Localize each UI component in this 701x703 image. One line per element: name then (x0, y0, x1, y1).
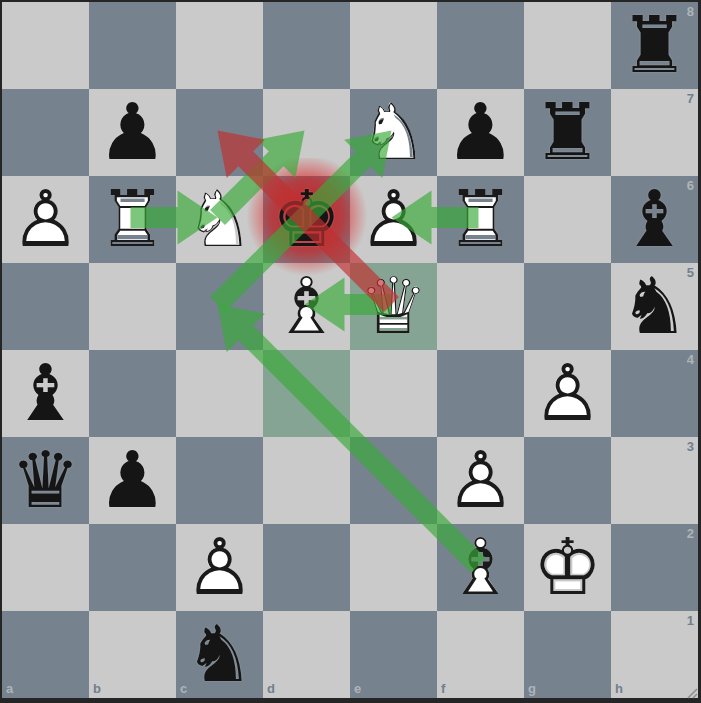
piece-black-pawn-b3[interactable]: ♟ (89, 437, 176, 524)
piece-glyph: ♞ (611, 263, 698, 350)
square-h4[interactable]: 4 (611, 350, 698, 437)
piece-glyph-outline: ♙ (2, 176, 89, 263)
piece-black-queen-a3[interactable]: ♛ (2, 437, 89, 524)
piece-black-rook-g7[interactable]: ♜ (524, 89, 611, 176)
piece-glyph: ♟ (89, 89, 176, 176)
piece-glyph: ♟ (89, 437, 176, 524)
board-frame: 8765432abcdefg1h♜♟♞♘♟♜♟♙♜♖♞♘♚♟♙♜♖♝♝♗♛♕♞♝… (0, 0, 701, 703)
square-e4[interactable] (350, 350, 437, 437)
square-c7[interactable] (176, 89, 263, 176)
piece-glyph: ♛ (2, 437, 89, 524)
square-c3[interactable] (176, 437, 263, 524)
square-h1[interactable]: 1h (611, 611, 698, 698)
file-label-g: g (528, 682, 536, 695)
piece-glyph-outline: ♘ (350, 89, 437, 176)
piece-glyph-outline: ♗ (437, 524, 524, 611)
square-d3[interactable] (263, 437, 350, 524)
square-b8[interactable] (89, 2, 176, 89)
piece-glyph-outline: ♕ (350, 263, 437, 350)
piece-glyph-outline: ♙ (176, 524, 263, 611)
piece-white-knight-e7[interactable]: ♞♘ (350, 89, 437, 176)
piece-white-pawn-a6[interactable]: ♟♙ (2, 176, 89, 263)
piece-glyph-outline: ♖ (437, 176, 524, 263)
piece-black-knight-c1[interactable]: ♞ (176, 611, 263, 698)
file-label-h: h (615, 682, 623, 695)
piece-glyph: ♟ (437, 89, 524, 176)
square-b4[interactable] (89, 350, 176, 437)
square-c4[interactable] (176, 350, 263, 437)
square-b2[interactable] (89, 524, 176, 611)
piece-glyph: ♝ (2, 350, 89, 437)
square-a2[interactable] (2, 524, 89, 611)
piece-black-pawn-b7[interactable]: ♟ (89, 89, 176, 176)
piece-glyph: ♞ (176, 611, 263, 698)
piece-white-pawn-e6[interactable]: ♟♙ (350, 176, 437, 263)
square-h3[interactable]: 3 (611, 437, 698, 524)
file-label-d: d (267, 682, 275, 695)
piece-white-rook-b6[interactable]: ♜♖ (89, 176, 176, 263)
piece-white-rook-f6[interactable]: ♜♖ (437, 176, 524, 263)
file-label-e: e (354, 682, 361, 695)
piece-glyph: ♜ (611, 2, 698, 89)
piece-white-knight-c6[interactable]: ♞♘ (176, 176, 263, 263)
square-g5[interactable] (524, 263, 611, 350)
piece-glyph-outline: ♖ (89, 176, 176, 263)
piece-glyph-outline: ♙ (524, 350, 611, 437)
piece-glyph-outline: ♘ (176, 176, 263, 263)
square-e8[interactable] (350, 2, 437, 89)
square-c8[interactable] (176, 2, 263, 89)
square-f1[interactable]: f (437, 611, 524, 698)
piece-black-pawn-f7[interactable]: ♟ (437, 89, 524, 176)
piece-white-queen-e5[interactable]: ♛♕ (350, 263, 437, 350)
square-g6[interactable] (524, 176, 611, 263)
piece-black-knight-h5[interactable]: ♞ (611, 263, 698, 350)
piece-white-pawn-c2[interactable]: ♟♙ (176, 524, 263, 611)
square-g8[interactable] (524, 2, 611, 89)
rank-label-4: 4 (687, 353, 694, 366)
rank-label-1: 1 (687, 614, 694, 627)
square-d2[interactable] (263, 524, 350, 611)
piece-glyph-outline: ♔ (524, 524, 611, 611)
file-label-b: b (93, 682, 101, 695)
square-c5[interactable] (176, 263, 263, 350)
square-a5[interactable] (2, 263, 89, 350)
piece-glyph-outline: ♙ (437, 437, 524, 524)
board-resize-handle[interactable] (685, 686, 699, 700)
chess-board[interactable]: 8765432abcdefg1h♜♟♞♘♟♜♟♙♜♖♞♘♚♟♙♜♖♝♝♗♛♕♞♝… (2, 2, 698, 698)
piece-black-king-d6[interactable]: ♚ (263, 176, 350, 263)
square-d8[interactable] (263, 2, 350, 89)
file-label-a: a (6, 682, 13, 695)
square-a1[interactable]: a (2, 611, 89, 698)
square-b1[interactable]: b (89, 611, 176, 698)
square-h2[interactable]: 2 (611, 524, 698, 611)
piece-white-bishop-d5[interactable]: ♝♗ (263, 263, 350, 350)
piece-black-rook-h8[interactable]: ♜ (611, 2, 698, 89)
rank-label-3: 3 (687, 440, 694, 453)
square-d7[interactable] (263, 89, 350, 176)
square-f8[interactable] (437, 2, 524, 89)
piece-white-pawn-f3[interactable]: ♟♙ (437, 437, 524, 524)
rank-label-2: 2 (687, 527, 694, 540)
square-g1[interactable]: g (524, 611, 611, 698)
rank-label-7: 7 (687, 92, 694, 105)
resize-grip-icon (685, 686, 699, 700)
square-e3[interactable] (350, 437, 437, 524)
square-h7[interactable]: 7 (611, 89, 698, 176)
square-d4[interactable] (263, 350, 350, 437)
square-g3[interactable] (524, 437, 611, 524)
square-d1[interactable]: d (263, 611, 350, 698)
square-e1[interactable]: e (350, 611, 437, 698)
piece-glyph-outline: ♙ (350, 176, 437, 263)
square-f4[interactable] (437, 350, 524, 437)
piece-black-bishop-a4[interactable]: ♝ (2, 350, 89, 437)
piece-white-bishop-f2[interactable]: ♝♗ (437, 524, 524, 611)
square-a7[interactable] (2, 89, 89, 176)
piece-black-bishop-h6[interactable]: ♝ (611, 176, 698, 263)
piece-glyph: ♝ (611, 176, 698, 263)
piece-white-pawn-g4[interactable]: ♟♙ (524, 350, 611, 437)
piece-glyph: ♜ (524, 89, 611, 176)
piece-white-king-g2[interactable]: ♚♔ (524, 524, 611, 611)
square-f5[interactable] (437, 263, 524, 350)
square-e2[interactable] (350, 524, 437, 611)
square-a8[interactable] (2, 2, 89, 89)
square-b5[interactable] (89, 263, 176, 350)
piece-glyph: ♚ (263, 176, 350, 263)
piece-glyph-outline: ♗ (263, 263, 350, 350)
file-label-f: f (441, 682, 445, 695)
